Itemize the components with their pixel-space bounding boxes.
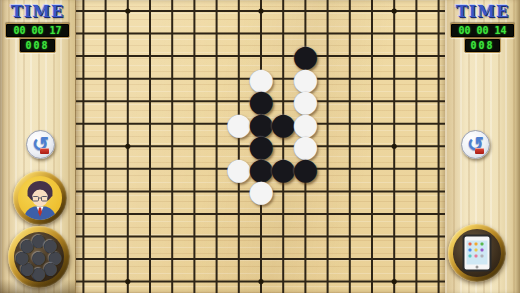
right-timer-display: 00 00 14 bbox=[450, 23, 515, 38]
opponent-device-button[interactable] bbox=[448, 224, 506, 282]
app-dot bbox=[475, 243, 478, 246]
left-undo-button[interactable]: ↺ bbox=[26, 130, 55, 159]
black-stone: ● bbox=[246, 131, 276, 161]
avatar-image bbox=[18, 176, 62, 220]
white-stone: ● bbox=[246, 64, 276, 94]
black-stone: ● bbox=[290, 41, 320, 71]
app-dot bbox=[481, 255, 484, 258]
white-stone: ● bbox=[246, 176, 276, 206]
black-stone: ● bbox=[246, 154, 276, 184]
left-player-panel: TIME 00 00 17 008 ↺ bbox=[0, 0, 75, 293]
black-stone-tray: ●●●●●●●●● bbox=[8, 226, 70, 288]
undo-badge-icon bbox=[40, 148, 49, 154]
white-stone: ● bbox=[224, 154, 254, 184]
white-stone: ● bbox=[290, 64, 320, 94]
right-time-label: TIME bbox=[445, 2, 520, 21]
black-stone: ● bbox=[246, 86, 276, 116]
gomoku-app: ●●●●●●●●●●●●●●●● TIME 00 00 17 008 ↺ bbox=[0, 0, 520, 293]
tablet-icon bbox=[453, 229, 501, 277]
white-stone: ● bbox=[290, 86, 320, 116]
board-grid bbox=[76, 0, 446, 293]
tray-black-stone: ● bbox=[42, 237, 59, 254]
white-stone: ● bbox=[224, 109, 254, 139]
app-dot bbox=[469, 255, 472, 258]
app-dot bbox=[469, 243, 472, 246]
black-stone: ● bbox=[290, 154, 320, 184]
right-player-panel: TIME 00 00 14 008 ↺ bbox=[445, 0, 520, 293]
undo-icon: ↺ bbox=[462, 130, 489, 159]
tray-stones: ●●●●●●●●● bbox=[14, 232, 64, 282]
anime-boy-avatar-icon bbox=[18, 176, 62, 220]
left-time-label: TIME bbox=[0, 2, 75, 21]
undo-icon: ↺ bbox=[27, 130, 54, 159]
goban-board[interactable]: ●●●●●●●●●●●●●●●● bbox=[75, 0, 447, 293]
app-dot bbox=[481, 249, 484, 252]
black-stone: ● bbox=[268, 154, 298, 184]
black-stone: ● bbox=[268, 109, 298, 139]
white-stone: ● bbox=[290, 131, 320, 161]
left-move-counter: 008 bbox=[19, 38, 56, 53]
right-move-counter: 008 bbox=[464, 38, 501, 53]
player-avatar[interactable] bbox=[13, 171, 67, 225]
black-stone: ● bbox=[246, 109, 276, 139]
undo-badge-icon bbox=[475, 148, 484, 154]
white-stone: ● bbox=[290, 109, 320, 139]
app-dot bbox=[475, 249, 478, 252]
right-undo-button[interactable]: ↺ bbox=[461, 130, 490, 159]
app-dot bbox=[469, 249, 472, 252]
app-dot bbox=[475, 255, 478, 258]
left-timer-display: 00 00 17 bbox=[5, 23, 70, 38]
app-dot bbox=[481, 243, 484, 246]
